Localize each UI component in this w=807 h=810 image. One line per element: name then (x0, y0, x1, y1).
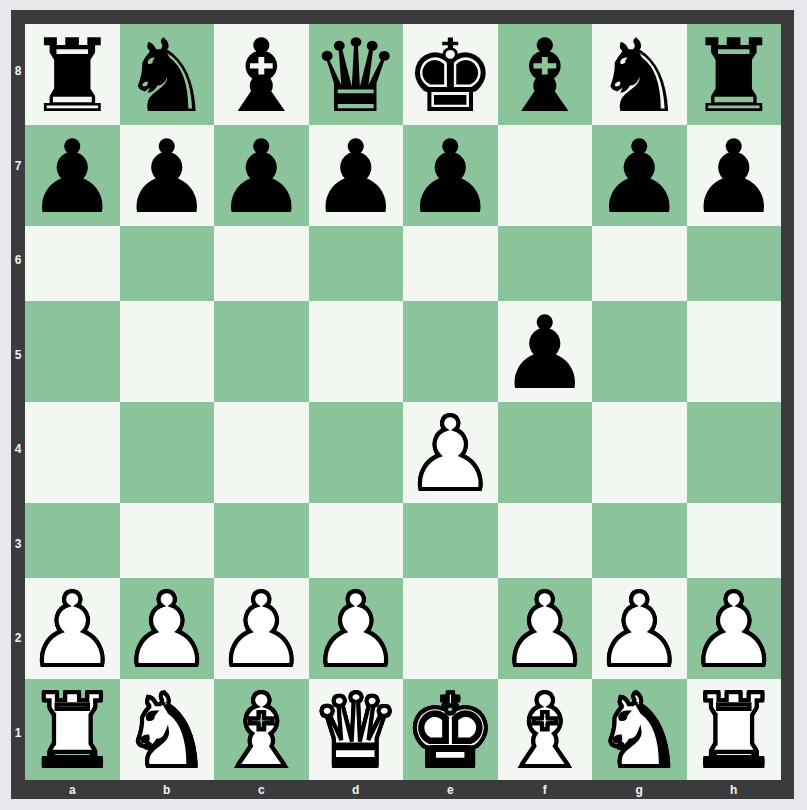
piece-white-pawn[interactable]: ♟ (688, 580, 779, 681)
square-c7[interactable]: ♟ (214, 125, 309, 226)
square-g7[interactable]: ♟ (592, 125, 687, 226)
square-e8[interactable]: ♚ (403, 24, 498, 125)
square-d5[interactable] (309, 301, 404, 402)
file-label-g: g (592, 780, 687, 799)
square-f1[interactable]: ♝ (498, 679, 593, 780)
file-label-b: b (120, 780, 215, 799)
square-b8[interactable]: ♞ (120, 24, 215, 125)
piece-black-knight[interactable]: ♞ (121, 26, 212, 127)
square-f4[interactable] (498, 402, 593, 503)
square-c2[interactable]: ♟ (214, 578, 309, 679)
square-a3[interactable] (25, 503, 120, 578)
square-a2[interactable]: ♟ (25, 578, 120, 679)
square-d7[interactable]: ♟ (309, 125, 404, 226)
square-c5[interactable] (214, 301, 309, 402)
piece-white-pawn[interactable]: ♟ (594, 580, 685, 681)
rank-label-8: 8 (11, 24, 25, 119)
piece-black-rook[interactable]: ♜ (688, 26, 779, 127)
square-h5[interactable] (687, 301, 782, 402)
piece-white-pawn[interactable]: ♟ (310, 580, 401, 681)
piece-black-pawn[interactable]: ♟ (310, 127, 401, 228)
square-b5[interactable] (120, 301, 215, 402)
piece-white-bishop[interactable]: ♝ (499, 681, 590, 782)
square-g6[interactable] (592, 226, 687, 301)
square-d1[interactable]: ♛ (309, 679, 404, 780)
square-a5[interactable] (25, 301, 120, 402)
rank-label-1: 1 (11, 686, 25, 781)
square-g5[interactable] (592, 301, 687, 402)
square-g2[interactable]: ♟ (592, 578, 687, 679)
square-d6[interactable] (309, 226, 404, 301)
square-b6[interactable] (120, 226, 215, 301)
piece-black-pawn[interactable]: ♟ (27, 127, 118, 228)
rank-label-4: 4 (11, 402, 25, 497)
square-e2[interactable] (403, 578, 498, 679)
square-f5[interactable]: ♟ (498, 301, 593, 402)
square-g1[interactable]: ♞ (592, 679, 687, 780)
piece-white-pawn[interactable]: ♟ (216, 580, 307, 681)
file-label-d: d (309, 780, 404, 799)
square-h1[interactable]: ♜ (687, 679, 782, 780)
square-h7[interactable]: ♟ (687, 125, 782, 226)
square-a6[interactable] (25, 226, 120, 301)
piece-white-pawn[interactable]: ♟ (27, 580, 118, 681)
piece-black-pawn[interactable]: ♟ (594, 127, 685, 228)
piece-black-rook[interactable]: ♜ (27, 26, 118, 127)
square-d8[interactable]: ♛ (309, 24, 404, 125)
piece-black-queen[interactable]: ♛ (310, 26, 401, 127)
piece-white-rook[interactable]: ♜ (688, 681, 779, 782)
chess-board: ♜♞♝♛♚♝♞♜♟♟♟♟♟♟♟♟♟♟♟♟♟♟♟♟♜♞♝♛♚♝♞♜ (25, 24, 781, 780)
square-a4[interactable] (25, 402, 120, 503)
rank-label-2: 2 (11, 591, 25, 686)
square-h3[interactable] (687, 503, 782, 578)
piece-black-pawn[interactable]: ♟ (121, 127, 212, 228)
square-h6[interactable] (687, 226, 782, 301)
square-a8[interactable]: ♜ (25, 24, 120, 125)
rank-label-6: 6 (11, 213, 25, 308)
square-f6[interactable] (498, 226, 593, 301)
piece-black-pawn[interactable]: ♟ (499, 303, 590, 404)
square-e6[interactable] (403, 226, 498, 301)
square-b3[interactable] (120, 503, 215, 578)
piece-black-pawn[interactable]: ♟ (688, 127, 779, 228)
piece-white-pawn[interactable]: ♟ (405, 404, 496, 505)
rank-label-5: 5 (11, 308, 25, 403)
piece-black-bishop[interactable]: ♝ (216, 26, 307, 127)
square-g3[interactable] (592, 503, 687, 578)
piece-white-knight[interactable]: ♞ (121, 681, 212, 782)
piece-black-knight[interactable]: ♞ (594, 26, 685, 127)
square-c6[interactable] (214, 226, 309, 301)
file-label-e: e (403, 780, 498, 799)
piece-white-pawn[interactable]: ♟ (121, 580, 212, 681)
piece-black-bishop[interactable]: ♝ (499, 26, 590, 127)
rank-label-7: 7 (11, 119, 25, 214)
piece-white-knight[interactable]: ♞ (594, 681, 685, 782)
square-b4[interactable] (120, 402, 215, 503)
file-label-h: h (687, 780, 782, 799)
square-b1[interactable]: ♞ (120, 679, 215, 780)
piece-white-king[interactable]: ♚ (405, 681, 496, 782)
square-f7[interactable] (498, 125, 593, 226)
file-label-a: a (25, 780, 120, 799)
square-a7[interactable]: ♟ (25, 125, 120, 226)
piece-white-pawn[interactable]: ♟ (499, 580, 590, 681)
piece-white-rook[interactable]: ♜ (27, 681, 118, 782)
square-d4[interactable] (309, 402, 404, 503)
file-label-f: f (498, 780, 593, 799)
square-c8[interactable]: ♝ (214, 24, 309, 125)
square-e1[interactable]: ♚ (403, 679, 498, 780)
square-f8[interactable]: ♝ (498, 24, 593, 125)
file-label-c: c (214, 780, 309, 799)
piece-white-queen[interactable]: ♛ (310, 681, 401, 782)
square-c3[interactable] (214, 503, 309, 578)
square-g4[interactable] (592, 402, 687, 503)
board-frame: ♜♞♝♛♚♝♞♜♟♟♟♟♟♟♟♟♟♟♟♟♟♟♟♟♜♞♝♛♚♝♞♜ 8765432… (11, 10, 794, 799)
piece-black-pawn[interactable]: ♟ (216, 127, 307, 228)
square-f2[interactable]: ♟ (498, 578, 593, 679)
square-g8[interactable]: ♞ (592, 24, 687, 125)
piece-black-king[interactable]: ♚ (405, 26, 496, 127)
square-h2[interactable]: ♟ (687, 578, 782, 679)
square-e3[interactable] (403, 503, 498, 578)
square-a1[interactable]: ♜ (25, 679, 120, 780)
rank-label-3: 3 (11, 497, 25, 592)
square-e5[interactable] (403, 301, 498, 402)
square-e4[interactable]: ♟ (403, 402, 498, 503)
square-h8[interactable]: ♜ (687, 24, 782, 125)
square-f3[interactable] (498, 503, 593, 578)
square-d3[interactable] (309, 503, 404, 578)
piece-white-bishop[interactable]: ♝ (216, 681, 307, 782)
square-d2[interactable]: ♟ (309, 578, 404, 679)
square-b2[interactable]: ♟ (120, 578, 215, 679)
square-c4[interactable] (214, 402, 309, 503)
square-b7[interactable]: ♟ (120, 125, 215, 226)
square-c1[interactable]: ♝ (214, 679, 309, 780)
piece-black-pawn[interactable]: ♟ (405, 127, 496, 228)
square-e7[interactable]: ♟ (403, 125, 498, 226)
square-h4[interactable] (687, 402, 782, 503)
